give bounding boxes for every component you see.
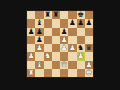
square-a3[interactable]: ♟ bbox=[27, 52, 35, 60]
square-c5[interactable] bbox=[44, 36, 52, 44]
square-c7[interactable] bbox=[44, 19, 52, 27]
square-h6[interactable] bbox=[85, 28, 93, 36]
square-f3[interactable] bbox=[68, 52, 76, 60]
black-pawn-piece[interactable]: ♟ bbox=[69, 19, 76, 27]
black-bishop-piece[interactable]: ♝ bbox=[36, 19, 43, 27]
white-king-piece[interactable]: ♚ bbox=[86, 69, 93, 77]
black-knight-piece[interactable]: ♞ bbox=[77, 44, 84, 52]
square-d7[interactable] bbox=[52, 19, 60, 27]
square-b5[interactable]: ♟ bbox=[35, 36, 43, 44]
square-g7[interactable]: ♟ bbox=[77, 19, 85, 27]
square-g2[interactable] bbox=[77, 61, 85, 69]
white-knight-piece[interactable]: ♞ bbox=[44, 52, 51, 60]
square-g4[interactable]: ♞ bbox=[77, 44, 85, 52]
chessboard: ♜♜♚♝♟♟♟♟♟♟♟♟♟♟♟♞♛♟♞♟♝♛♟♜♚ bbox=[27, 11, 93, 77]
square-e4[interactable]: ♟ bbox=[60, 44, 68, 52]
white-bishop-piece[interactable]: ♝ bbox=[36, 61, 43, 69]
square-a6[interactable]: ♟ bbox=[27, 28, 35, 36]
square-d8[interactable]: ♜ bbox=[52, 11, 60, 19]
app-background: ♜♜♚♝♟♟♟♟♟♟♟♟♟♟♟♞♛♟♞♟♝♛♟♜♚ bbox=[0, 0, 120, 90]
square-b2[interactable]: ♝ bbox=[35, 61, 43, 69]
square-d6[interactable] bbox=[52, 28, 60, 36]
square-c1[interactable] bbox=[44, 69, 52, 77]
square-e5[interactable]: ♟ bbox=[60, 36, 68, 44]
square-e6[interactable]: ♟ bbox=[60, 28, 68, 36]
square-f1[interactable] bbox=[68, 69, 76, 77]
black-queen-piece[interactable]: ♛ bbox=[86, 44, 93, 52]
square-b1[interactable] bbox=[35, 69, 43, 77]
square-e8[interactable] bbox=[60, 11, 68, 19]
square-f7[interactable]: ♟ bbox=[68, 19, 76, 27]
square-a1[interactable]: ♜ bbox=[27, 69, 35, 77]
black-pawn-piece[interactable]: ♟ bbox=[77, 19, 84, 27]
black-pawn-piece[interactable]: ♟ bbox=[36, 28, 43, 36]
square-h5[interactable] bbox=[85, 36, 93, 44]
square-b8[interactable] bbox=[35, 11, 43, 19]
black-pawn-piece[interactable]: ♟ bbox=[36, 36, 43, 44]
square-h2[interactable]: ♟ bbox=[85, 61, 93, 69]
square-h1[interactable]: ♚ bbox=[85, 69, 93, 77]
white-pawn-piece[interactable]: ♟ bbox=[36, 44, 43, 52]
square-c8[interactable]: ♜ bbox=[44, 11, 52, 19]
square-a7[interactable] bbox=[27, 19, 35, 27]
square-e7[interactable] bbox=[60, 19, 68, 27]
white-pawn-piece[interactable]: ♟ bbox=[28, 52, 35, 60]
square-d1[interactable] bbox=[52, 69, 60, 77]
square-h4[interactable]: ♛ bbox=[85, 44, 93, 52]
square-g3[interactable]: ♟ bbox=[77, 52, 85, 60]
square-b3[interactable] bbox=[35, 52, 43, 60]
square-b4[interactable]: ♟ bbox=[35, 44, 43, 52]
square-c3[interactable]: ♞ bbox=[44, 52, 52, 60]
square-g6[interactable] bbox=[77, 28, 85, 36]
square-a5[interactable] bbox=[27, 36, 35, 44]
square-h8[interactable] bbox=[85, 11, 93, 19]
white-pawn-piece[interactable]: ♟ bbox=[69, 44, 76, 52]
square-d4[interactable] bbox=[52, 44, 60, 52]
black-pawn-piece[interactable]: ♟ bbox=[86, 19, 93, 27]
white-pawn-piece[interactable]: ♟ bbox=[86, 61, 93, 69]
square-f8[interactable] bbox=[68, 11, 76, 19]
black-king-piece[interactable]: ♚ bbox=[77, 11, 84, 19]
black-pawn-piece[interactable]: ♟ bbox=[61, 28, 68, 36]
square-f6[interactable] bbox=[68, 28, 76, 36]
square-d3[interactable] bbox=[52, 52, 60, 60]
square-e3[interactable] bbox=[60, 52, 68, 60]
square-g1[interactable] bbox=[77, 69, 85, 77]
square-a8[interactable] bbox=[27, 11, 35, 19]
square-f5[interactable] bbox=[68, 36, 76, 44]
square-f4[interactable]: ♟ bbox=[68, 44, 76, 52]
square-a2[interactable] bbox=[27, 61, 35, 69]
black-pawn-piece[interactable]: ♟ bbox=[28, 28, 35, 36]
square-b6[interactable]: ♟ bbox=[35, 28, 43, 36]
square-c2[interactable] bbox=[44, 61, 52, 69]
square-d2[interactable] bbox=[52, 61, 60, 69]
black-rook-piece[interactable]: ♜ bbox=[53, 11, 60, 19]
square-g8[interactable]: ♚ bbox=[77, 11, 85, 19]
black-rook-piece[interactable]: ♜ bbox=[44, 11, 51, 19]
white-pawn-piece[interactable]: ♟ bbox=[77, 52, 84, 60]
white-pawn-piece[interactable]: ♟ bbox=[61, 36, 68, 44]
square-h7[interactable]: ♟ bbox=[85, 19, 93, 27]
square-c6[interactable] bbox=[44, 28, 52, 36]
square-g5[interactable] bbox=[77, 36, 85, 44]
square-b7[interactable]: ♝ bbox=[35, 19, 43, 27]
square-d5[interactable] bbox=[52, 36, 60, 44]
white-rook-piece[interactable]: ♜ bbox=[28, 69, 35, 77]
square-c4[interactable] bbox=[44, 44, 52, 52]
square-e2[interactable]: ♛ bbox=[60, 61, 68, 69]
white-pawn-piece[interactable]: ♟ bbox=[61, 44, 68, 52]
square-e1[interactable] bbox=[60, 69, 68, 77]
white-queen-piece[interactable]: ♛ bbox=[61, 61, 68, 69]
square-a4[interactable] bbox=[27, 44, 35, 52]
square-f2[interactable] bbox=[68, 61, 76, 69]
square-h3[interactable] bbox=[85, 52, 93, 60]
